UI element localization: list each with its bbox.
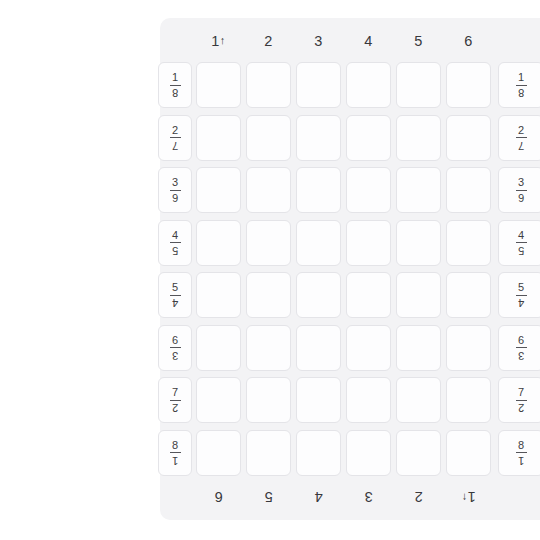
row-number-far-rotated: 1 [172,455,178,466]
board-cell[interactable] [396,220,441,266]
board-cell[interactable] [296,167,341,213]
row-label-stack: 63 [170,335,181,361]
column-label-bottom: 4 [296,486,341,508]
row-label-stack: 36 [516,177,527,203]
board-cell[interactable] [196,220,241,266]
row-number-near: 2 [172,125,178,136]
board-cell[interactable] [396,167,441,213]
board-cell[interactable] [396,115,441,161]
row-label-cell-left: 72 [158,377,192,423]
row-label-cell-right: 54 [498,272,540,318]
fraction-bar [170,347,181,348]
board-cell[interactable] [296,377,341,423]
row-label-cell-right: 36 [498,167,540,213]
board-cell[interactable] [346,325,391,371]
board-cell[interactable] [246,220,291,266]
column-label-bottom: 3 [346,486,391,508]
row-number-near: 5 [518,282,524,293]
column-label-bottom: 2 [396,486,441,508]
fraction-bar [516,85,527,86]
row-label-cell-left: 18 [158,62,192,108]
row-label-cell-right: 63 [498,325,540,371]
row-number-near: 3 [172,177,178,188]
row-labels-right: 1827364554637281 [498,62,540,476]
row-label-stack: 54 [170,282,181,308]
fraction-bar [170,85,181,86]
row-number-near: 7 [172,387,178,398]
column-label-bottom: 1↑ [446,486,491,508]
row-label-stack: 81 [516,440,527,466]
board-cell[interactable] [346,167,391,213]
fraction-bar [516,400,527,401]
board-cell[interactable] [346,115,391,161]
fraction-bar [516,190,527,191]
column-label-top: 2 [246,30,291,52]
board-cell[interactable] [396,325,441,371]
board-cell[interactable] [246,272,291,318]
fraction-bar [516,242,527,243]
row-number-far-rotated: 5 [172,245,178,256]
column-label-top: 3 [296,30,341,52]
row-number-near: 6 [518,335,524,346]
row-number-far-rotated: 6 [518,192,524,203]
row-label-stack: 72 [516,387,527,413]
board-cell[interactable] [346,430,391,476]
fraction-bar [170,137,181,138]
board-grid [196,62,491,476]
row-label-stack: 18 [516,72,527,98]
row-number-far-rotated: 7 [172,140,178,151]
board-cell[interactable] [196,430,241,476]
row-label-cell-left: 27 [158,115,192,161]
board-cell[interactable] [446,325,491,371]
row-label-cell-left: 81 [158,430,192,476]
board-cell[interactable] [246,377,291,423]
column-labels-bottom: 654321↑ [196,486,491,508]
board-cell[interactable] [296,115,341,161]
fraction-bar [170,400,181,401]
row-label-stack: 27 [516,125,527,151]
column-label-bottom: 6 [196,486,241,508]
fraction-bar [170,190,181,191]
row-label-stack: 36 [170,177,181,203]
row-number-near: 8 [518,440,524,451]
row-label-stack: 45 [516,230,527,256]
column-number: 1 [467,489,476,505]
row-number-near: 2 [518,125,524,136]
board-cell[interactable] [396,272,441,318]
direction-arrow-icon: ↑ [461,492,467,504]
board-cell[interactable] [446,115,491,161]
row-number-far-rotated: 2 [518,402,524,413]
fraction-bar [516,347,527,348]
board-cell[interactable] [246,325,291,371]
row-label-stack: 63 [516,335,527,361]
fraction-bar [170,452,181,453]
board-cell[interactable] [346,62,391,108]
board-cell[interactable] [246,167,291,213]
row-number-far-rotated: 5 [518,245,524,256]
row-number-near: 7 [518,387,524,398]
board-cell[interactable] [396,377,441,423]
fraction-bar [516,137,527,138]
board-cell[interactable] [446,220,491,266]
board-cell[interactable] [446,377,491,423]
row-number-near: 1 [518,72,524,83]
board-cell[interactable] [346,377,391,423]
board-cell[interactable] [296,62,341,108]
fraction-bar [170,295,181,296]
row-label-cell-right: 81 [498,430,540,476]
board-cell[interactable] [446,430,491,476]
board-cell[interactable] [196,325,241,371]
column-label-top: 1↑ [196,30,241,52]
board-cell[interactable] [196,377,241,423]
row-label-stack: 54 [516,282,527,308]
row-label-cell-right: 18 [498,62,540,108]
board-cell[interactable] [446,167,491,213]
fraction-bar [170,242,181,243]
board-cell[interactable] [246,115,291,161]
row-label-stack: 18 [170,72,181,98]
board-cell[interactable] [296,430,341,476]
board-cell[interactable] [296,325,341,371]
row-number-far-rotated: 4 [172,297,178,308]
board-cell[interactable] [196,62,241,108]
row-number-far-rotated: 7 [518,140,524,151]
row-number-far-rotated: 4 [518,297,524,308]
column-label-top: 6 [446,30,491,52]
row-number-near: 4 [172,230,178,241]
row-label-cell-left: 36 [158,167,192,213]
row-number-far-rotated: 3 [172,350,178,361]
column-label-bottom: 5 [246,486,291,508]
row-label-stack: 27 [170,125,181,151]
column-label-top: 5 [396,30,441,52]
board-cell[interactable] [246,430,291,476]
row-label-stack: 81 [170,440,181,466]
row-label-cell-left: 45 [158,220,192,266]
board-cell[interactable] [396,430,441,476]
board-cell[interactable] [446,272,491,318]
fraction-bar [516,452,527,453]
row-number-far-rotated: 1 [518,455,524,466]
row-number-near: 6 [172,335,178,346]
row-number-far-rotated: 6 [172,192,178,203]
row-number-near: 5 [172,282,178,293]
fraction-bar [516,295,527,296]
column-labels-top: 1↑23456 [196,30,491,52]
row-label-stack: 72 [170,387,181,413]
column-number: 1 [211,33,220,49]
row-label-cell-right: 45 [498,220,540,266]
row-number-near: 3 [518,177,524,188]
row-number-far-rotated: 2 [172,402,178,413]
column-label-top: 4 [346,30,391,52]
row-label-cell-right: 72 [498,377,540,423]
row-number-far-rotated: 3 [518,350,524,361]
row-number-near: 8 [172,440,178,451]
board-cell[interactable] [246,62,291,108]
board-cell[interactable] [196,272,241,318]
board-cell[interactable] [296,272,341,318]
board-cell[interactable] [446,62,491,108]
row-labels-left: 1827364554637281 [158,62,192,476]
board-cell[interactable] [396,62,441,108]
row-label-stack: 45 [170,230,181,256]
board-cell[interactable] [346,272,391,318]
row-number-far-rotated: 8 [518,87,524,98]
board-cell[interactable] [346,220,391,266]
board-cell[interactable] [296,220,341,266]
direction-arrow-icon: ↑ [220,34,226,46]
board-cell[interactable] [196,167,241,213]
board-cell[interactable] [196,115,241,161]
row-label-cell-left: 63 [158,325,192,371]
row-number-near: 1 [172,72,178,83]
row-number-far-rotated: 8 [172,87,178,98]
row-number-near: 4 [518,230,524,241]
row-label-cell-left: 54 [158,272,192,318]
row-label-cell-right: 27 [498,115,540,161]
